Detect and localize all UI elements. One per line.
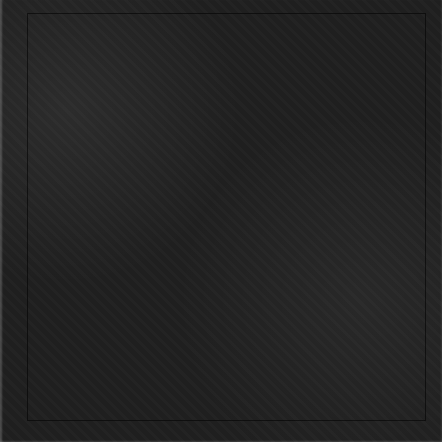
- rank-labels: [0, 14, 28, 420]
- file-labels: [28, 420, 425, 442]
- chess-board-frame: [0, 0, 442, 442]
- queen-move-arrows: [28, 14, 425, 420]
- chess-board: [28, 14, 425, 420]
- chess-diagram-screenshot: { "game": "chess", "description": "Diagr…: [0, 0, 442, 442]
